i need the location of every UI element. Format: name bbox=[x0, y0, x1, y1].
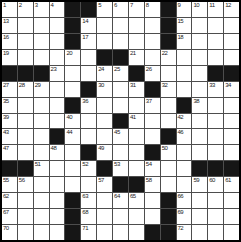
cell-r12c9 bbox=[129, 177, 144, 192]
cell-r9c5[interactable]: 44 bbox=[65, 129, 80, 144]
cell-r7c15[interactable] bbox=[224, 98, 239, 113]
cell-r15c7[interactable] bbox=[97, 225, 112, 240]
cell-r1c10[interactable]: 8 bbox=[145, 2, 160, 17]
cell-r9c13[interactable] bbox=[192, 129, 207, 144]
cell-r5c13[interactable] bbox=[192, 66, 207, 81]
cell-r6c6 bbox=[81, 82, 96, 97]
cell-r11c11[interactable] bbox=[161, 161, 176, 176]
cell-r1c15[interactable]: 12 bbox=[224, 2, 239, 17]
clue-number-49: 49 bbox=[98, 145, 104, 152]
clue-number-48: 48 bbox=[51, 145, 57, 152]
cell-r7c12 bbox=[177, 98, 192, 113]
cell-r13c7[interactable] bbox=[97, 193, 112, 208]
clue-number-32: 32 bbox=[162, 82, 168, 89]
cell-r6c2[interactable]: 28 bbox=[18, 82, 33, 97]
cell-r15c12[interactable]: 72 bbox=[177, 225, 192, 240]
clue-number-12: 12 bbox=[225, 2, 231, 9]
clue-number-65: 65 bbox=[130, 193, 136, 200]
cell-r14c12[interactable]: 69 bbox=[177, 209, 192, 224]
cell-r9c7[interactable] bbox=[97, 129, 112, 144]
clue-number-18: 18 bbox=[178, 34, 184, 41]
clue-number-69: 69 bbox=[178, 209, 184, 216]
clue-number-14: 14 bbox=[82, 18, 88, 25]
cell-r4c7 bbox=[97, 50, 112, 65]
cell-r2c4[interactable] bbox=[50, 18, 65, 33]
cell-r7c3[interactable] bbox=[34, 98, 49, 113]
cell-r11c1 bbox=[2, 161, 17, 176]
cell-r1c12[interactable]: 9 bbox=[177, 2, 192, 17]
cell-r10c2[interactable] bbox=[18, 145, 33, 160]
cell-r15c9[interactable] bbox=[129, 225, 144, 240]
cell-r10c6 bbox=[81, 145, 96, 160]
cell-r14c7[interactable] bbox=[97, 209, 112, 224]
cell-r15c8[interactable] bbox=[113, 225, 128, 240]
cell-r11c7 bbox=[97, 161, 112, 176]
clue-number-40: 40 bbox=[66, 114, 72, 121]
cell-r2c11 bbox=[161, 18, 176, 33]
cell-r14c8[interactable] bbox=[113, 209, 128, 224]
clue-number-10: 10 bbox=[193, 2, 199, 9]
clue-number-23: 23 bbox=[51, 66, 57, 73]
cell-r6c13[interactable] bbox=[192, 82, 207, 97]
clue-number-36: 36 bbox=[82, 98, 88, 105]
clue-number-1: 1 bbox=[3, 2, 6, 9]
clue-number-28: 28 bbox=[19, 82, 25, 89]
cell-r5c8[interactable]: 25 bbox=[113, 66, 128, 81]
clue-number-64: 64 bbox=[114, 193, 120, 200]
cell-r13c8[interactable]: 64 bbox=[113, 193, 128, 208]
cell-r9c15[interactable] bbox=[224, 129, 239, 144]
cell-r7c6[interactable]: 36 bbox=[81, 98, 96, 113]
cell-r2c10[interactable] bbox=[145, 18, 160, 33]
cell-r3c4[interactable] bbox=[50, 34, 65, 49]
cell-r9c2[interactable] bbox=[18, 129, 33, 144]
clue-number-58: 58 bbox=[146, 177, 152, 184]
clue-number-5: 5 bbox=[98, 2, 101, 9]
cell-r12c3[interactable] bbox=[34, 177, 49, 192]
cell-r5c14 bbox=[208, 66, 223, 81]
cell-r9c4 bbox=[50, 129, 65, 144]
cell-r13c11 bbox=[161, 193, 176, 208]
cell-r10c7[interactable]: 49 bbox=[97, 145, 112, 160]
cell-r13c1[interactable]: 62 bbox=[2, 193, 17, 208]
cell-r1c14[interactable]: 11 bbox=[208, 2, 223, 17]
clue-number-33: 33 bbox=[209, 82, 215, 89]
cell-r14c4[interactable] bbox=[50, 209, 65, 224]
cell-r5c7[interactable]: 24 bbox=[97, 66, 112, 81]
clue-number-20: 20 bbox=[66, 50, 72, 57]
cell-r1c1[interactable]: 1 bbox=[2, 2, 17, 17]
cell-r14c6[interactable]: 68 bbox=[81, 209, 96, 224]
cell-r7c7[interactable] bbox=[97, 98, 112, 113]
clue-number-57: 57 bbox=[98, 177, 104, 184]
clue-number-45: 45 bbox=[114, 129, 120, 136]
cell-r8c5[interactable]: 40 bbox=[65, 114, 80, 129]
cell-r4c8 bbox=[113, 50, 128, 65]
cell-r7c9[interactable] bbox=[129, 98, 144, 113]
cell-r13c2[interactable] bbox=[18, 193, 33, 208]
clue-number-19: 19 bbox=[3, 50, 9, 57]
cell-r2c7[interactable] bbox=[97, 18, 112, 33]
clue-number-56: 56 bbox=[19, 177, 25, 184]
cell-r3c3[interactable] bbox=[34, 34, 49, 49]
clue-number-59: 59 bbox=[193, 177, 199, 184]
cell-r13c9[interactable]: 65 bbox=[129, 193, 144, 208]
cell-r13c12[interactable]: 66 bbox=[177, 193, 192, 208]
cell-r14c11 bbox=[161, 209, 176, 224]
clue-number-3: 3 bbox=[35, 2, 38, 9]
clue-number-53: 53 bbox=[114, 161, 120, 168]
clue-number-21: 21 bbox=[130, 50, 136, 57]
clue-number-15: 15 bbox=[178, 18, 184, 25]
cell-r3c13[interactable] bbox=[192, 34, 207, 49]
cell-r15c5 bbox=[65, 225, 80, 240]
cell-r12c1[interactable]: 55 bbox=[2, 177, 17, 192]
cell-r7c8[interactable] bbox=[113, 98, 128, 113]
cell-r8c15[interactable] bbox=[224, 114, 239, 129]
cell-r3c8[interactable] bbox=[113, 34, 128, 49]
clue-number-55: 55 bbox=[3, 177, 9, 184]
cell-r10c14[interactable] bbox=[208, 145, 223, 160]
cell-r8c14[interactable] bbox=[208, 114, 223, 129]
clue-number-50: 50 bbox=[162, 145, 168, 152]
cell-r15c4[interactable] bbox=[50, 225, 65, 240]
clue-number-31: 31 bbox=[130, 82, 136, 89]
clue-number-35: 35 bbox=[3, 98, 9, 105]
clue-number-70: 70 bbox=[3, 225, 9, 232]
cell-r11c15 bbox=[224, 161, 239, 176]
clue-number-66: 66 bbox=[178, 193, 184, 200]
cell-r9c12[interactable]: 46 bbox=[177, 129, 192, 144]
clue-number-67: 67 bbox=[3, 209, 9, 216]
cell-r12c6[interactable] bbox=[81, 177, 96, 192]
cell-r12c5[interactable] bbox=[65, 177, 80, 192]
cell-r7c2[interactable] bbox=[18, 98, 33, 113]
clue-number-34: 34 bbox=[225, 82, 231, 89]
clue-number-8: 8 bbox=[146, 2, 149, 9]
cell-r5c1 bbox=[2, 66, 17, 81]
cell-r11c13 bbox=[192, 161, 207, 176]
cell-r15c15[interactable] bbox=[224, 225, 239, 240]
cell-r2c5 bbox=[65, 18, 80, 33]
clue-number-22: 22 bbox=[162, 50, 168, 57]
cell-r3c9[interactable] bbox=[129, 34, 144, 49]
clue-number-46: 46 bbox=[178, 129, 184, 136]
cell-r8c6[interactable] bbox=[81, 114, 96, 129]
cell-r3c7[interactable] bbox=[97, 34, 112, 49]
cell-r10c11[interactable]: 50 bbox=[161, 145, 176, 160]
cell-r3c2[interactable] bbox=[18, 34, 33, 49]
cell-r12c7[interactable]: 57 bbox=[97, 177, 112, 192]
cell-r9c3[interactable] bbox=[34, 129, 49, 144]
cell-r2c14[interactable] bbox=[208, 18, 223, 33]
clue-number-41: 41 bbox=[130, 114, 136, 121]
cell-r8c12[interactable]: 42 bbox=[177, 114, 192, 129]
cell-r2c2[interactable] bbox=[18, 18, 33, 33]
cell-r11c6[interactable]: 52 bbox=[81, 161, 96, 176]
cell-r5c4[interactable]: 23 bbox=[50, 66, 65, 81]
clue-number-68: 68 bbox=[82, 209, 88, 216]
cell-r4c5[interactable]: 20 bbox=[65, 50, 80, 65]
cell-r4c3[interactable] bbox=[34, 50, 49, 65]
cell-r12c10[interactable]: 58 bbox=[145, 177, 160, 192]
cell-r11c9[interactable] bbox=[129, 161, 144, 176]
cell-r3c5 bbox=[65, 34, 80, 49]
cell-r8c2[interactable] bbox=[18, 114, 33, 129]
cell-r14c13[interactable] bbox=[192, 209, 207, 224]
clue-number-4: 4 bbox=[51, 2, 54, 9]
cell-r15c14[interactable] bbox=[208, 225, 223, 240]
cell-r9c10[interactable] bbox=[145, 129, 160, 144]
cell-r8c8 bbox=[113, 114, 128, 129]
cell-r7c11[interactable] bbox=[161, 98, 176, 113]
cell-r6c15[interactable]: 34 bbox=[224, 82, 239, 97]
cell-r9c9[interactable] bbox=[129, 129, 144, 144]
clue-number-39: 39 bbox=[3, 114, 9, 121]
cell-r10c12[interactable] bbox=[177, 145, 192, 160]
cell-r8c9[interactable]: 41 bbox=[129, 114, 144, 129]
cell-r4c13[interactable] bbox=[192, 50, 207, 65]
cell-r13c4[interactable] bbox=[50, 193, 65, 208]
cell-r12c14[interactable]: 60 bbox=[208, 177, 223, 192]
clue-number-62: 62 bbox=[3, 193, 9, 200]
cell-r8c7[interactable] bbox=[97, 114, 112, 129]
clue-number-6: 6 bbox=[114, 2, 117, 9]
cell-r14c2[interactable] bbox=[18, 209, 33, 224]
cell-r6c4[interactable] bbox=[50, 82, 65, 97]
cell-r10c4[interactable]: 48 bbox=[50, 145, 65, 160]
cell-r15c2[interactable] bbox=[18, 225, 33, 240]
cell-r2c15[interactable] bbox=[224, 18, 239, 33]
cell-r7c5 bbox=[65, 98, 80, 113]
clue-number-47: 47 bbox=[3, 145, 9, 152]
clue-number-72: 72 bbox=[178, 225, 184, 232]
cell-r14c10[interactable] bbox=[145, 209, 160, 224]
cell-r1c9[interactable]: 7 bbox=[129, 2, 144, 17]
cell-r9c6[interactable] bbox=[81, 129, 96, 144]
cell-r2c12[interactable]: 15 bbox=[177, 18, 192, 33]
clue-number-43: 43 bbox=[3, 129, 9, 136]
clue-number-51: 51 bbox=[35, 161, 41, 168]
cell-r2c13[interactable] bbox=[192, 18, 207, 33]
cell-r15c1[interactable]: 70 bbox=[2, 225, 17, 240]
cell-r4c2[interactable] bbox=[18, 50, 33, 65]
cell-r13c15[interactable] bbox=[224, 193, 239, 208]
clue-number-54: 54 bbox=[146, 161, 152, 168]
cell-r5c10[interactable]: 26 bbox=[145, 66, 160, 81]
cell-r12c11[interactable] bbox=[161, 177, 176, 192]
clue-number-29: 29 bbox=[35, 82, 41, 89]
cell-r1c2[interactable]: 2 bbox=[18, 2, 33, 17]
crossword-puzzle: 1234567891011121314151617181920212223242… bbox=[0, 0, 241, 242]
cell-r6c14[interactable]: 33 bbox=[208, 82, 223, 97]
cell-r9c8[interactable]: 45 bbox=[113, 129, 128, 144]
cell-r8c4[interactable] bbox=[50, 114, 65, 129]
cell-r12c12[interactable] bbox=[177, 177, 192, 192]
cell-r15c6[interactable]: 71 bbox=[81, 225, 96, 240]
cell-r1c3[interactable]: 3 bbox=[34, 2, 49, 17]
clue-number-37: 37 bbox=[146, 98, 152, 105]
cell-r6c1[interactable]: 27 bbox=[2, 82, 17, 97]
cell-r15c3[interactable] bbox=[34, 225, 49, 240]
cell-r10c1[interactable]: 47 bbox=[2, 145, 17, 160]
cell-r12c4[interactable] bbox=[50, 177, 65, 192]
cell-r5c9 bbox=[129, 66, 144, 81]
cell-r9c1[interactable]: 43 bbox=[2, 129, 17, 144]
cell-r5c11[interactable] bbox=[161, 66, 176, 81]
cell-r5c15 bbox=[224, 66, 239, 81]
cell-r10c10 bbox=[145, 145, 160, 160]
clue-number-42: 42 bbox=[178, 114, 184, 121]
cell-r14c14[interactable] bbox=[208, 209, 223, 224]
cell-r11c3[interactable]: 51 bbox=[34, 161, 49, 176]
clue-number-11: 11 bbox=[209, 2, 214, 9]
cell-r3c10[interactable] bbox=[145, 34, 160, 49]
cell-r5c12[interactable] bbox=[177, 66, 192, 81]
cell-r11c12[interactable] bbox=[177, 161, 192, 176]
cell-r4c6[interactable] bbox=[81, 50, 96, 65]
cell-r3c15[interactable] bbox=[224, 34, 239, 49]
cell-r4c10[interactable] bbox=[145, 50, 160, 65]
cell-r4c1[interactable]: 19 bbox=[2, 50, 17, 65]
cell-r9c11 bbox=[161, 129, 176, 144]
cell-r1c7[interactable]: 5 bbox=[97, 2, 112, 17]
cell-r8c10[interactable] bbox=[145, 114, 160, 129]
cell-r3c1[interactable]: 16 bbox=[2, 34, 17, 49]
cell-r6c10 bbox=[145, 82, 160, 97]
cell-r12c13[interactable]: 59 bbox=[192, 177, 207, 192]
cell-r1c6 bbox=[81, 2, 96, 17]
cell-r10c5[interactable] bbox=[65, 145, 80, 160]
cell-r10c3[interactable] bbox=[34, 145, 49, 160]
cell-r11c8[interactable]: 53 bbox=[113, 161, 128, 176]
cell-r13c3[interactable] bbox=[34, 193, 49, 208]
cell-r4c12[interactable] bbox=[177, 50, 192, 65]
cell-r6c7[interactable]: 30 bbox=[97, 82, 112, 97]
cell-r11c5[interactable] bbox=[65, 161, 80, 176]
clue-number-13: 13 bbox=[3, 18, 9, 25]
cell-r2c1[interactable]: 13 bbox=[2, 18, 17, 33]
cell-r13c10[interactable] bbox=[145, 193, 160, 208]
cell-r7c13[interactable]: 38 bbox=[192, 98, 207, 113]
clue-number-63: 63 bbox=[82, 193, 88, 200]
cell-r7c4[interactable] bbox=[50, 98, 65, 113]
cell-r11c2 bbox=[18, 161, 33, 176]
clue-number-26: 26 bbox=[146, 66, 152, 73]
cell-r8c3[interactable] bbox=[34, 114, 49, 129]
cell-r4c9[interactable]: 21 bbox=[129, 50, 144, 65]
cell-r11c4[interactable] bbox=[50, 161, 65, 176]
cell-r1c13[interactable]: 10 bbox=[192, 2, 207, 17]
cell-r10c8[interactable] bbox=[113, 145, 128, 160]
cell-r1c11 bbox=[161, 2, 176, 17]
cell-r7c1[interactable]: 35 bbox=[2, 98, 17, 113]
cell-r7c14[interactable] bbox=[208, 98, 223, 113]
clue-number-38: 38 bbox=[193, 98, 199, 105]
clue-number-27: 27 bbox=[3, 82, 9, 89]
cell-r14c3[interactable] bbox=[34, 209, 49, 224]
cell-r6c9[interactable]: 31 bbox=[129, 82, 144, 97]
cell-r5c2 bbox=[18, 66, 33, 81]
cell-r5c5[interactable] bbox=[65, 66, 80, 81]
cell-r14c1[interactable]: 67 bbox=[2, 209, 17, 224]
cell-r6c12[interactable] bbox=[177, 82, 192, 97]
crossword-board: 1234567891011121314151617181920212223242… bbox=[2, 2, 239, 240]
cell-r3c12[interactable]: 18 bbox=[177, 34, 192, 49]
clue-number-60: 60 bbox=[209, 177, 215, 184]
clue-number-61: 61 bbox=[225, 177, 231, 184]
cell-r15c13[interactable] bbox=[192, 225, 207, 240]
cell-r3c6[interactable]: 17 bbox=[81, 34, 96, 49]
cell-r14c5 bbox=[65, 209, 80, 224]
clue-number-71: 71 bbox=[82, 225, 88, 232]
clue-number-16: 16 bbox=[3, 34, 9, 41]
cell-r10c9[interactable] bbox=[129, 145, 144, 160]
cell-r15c10 bbox=[145, 225, 160, 240]
clue-number-24: 24 bbox=[98, 66, 104, 73]
cell-r7c10[interactable]: 37 bbox=[145, 98, 160, 113]
cell-r1c5 bbox=[65, 2, 80, 17]
clue-number-25: 25 bbox=[114, 66, 120, 73]
clue-number-52: 52 bbox=[82, 161, 88, 168]
cell-r11c14 bbox=[208, 161, 223, 176]
cell-r13c5 bbox=[65, 193, 80, 208]
clue-number-2: 2 bbox=[19, 2, 22, 9]
cell-r5c6[interactable] bbox=[81, 66, 96, 81]
cell-r4c15[interactable] bbox=[224, 50, 239, 65]
cell-r12c2[interactable]: 56 bbox=[18, 177, 33, 192]
clue-number-30: 30 bbox=[98, 82, 104, 89]
cell-r5c3 bbox=[34, 66, 49, 81]
cell-r8c1[interactable]: 39 bbox=[2, 114, 17, 129]
cell-r9c14[interactable] bbox=[208, 129, 223, 144]
cell-r3c11 bbox=[161, 34, 176, 49]
cell-r13c6[interactable]: 63 bbox=[81, 193, 96, 208]
cell-r4c14[interactable] bbox=[208, 50, 223, 65]
clue-number-17: 17 bbox=[82, 34, 88, 41]
cell-r14c15[interactable] bbox=[224, 209, 239, 224]
cell-r14c9[interactable] bbox=[129, 209, 144, 224]
cell-r2c3[interactable] bbox=[34, 18, 49, 33]
cell-r6c5[interactable] bbox=[65, 82, 80, 97]
cell-r12c15[interactable]: 61 bbox=[224, 177, 239, 192]
cell-r6c8[interactable] bbox=[113, 82, 128, 97]
clue-number-9: 9 bbox=[178, 2, 181, 9]
cell-r8c13[interactable] bbox=[192, 114, 207, 129]
cell-r6c11[interactable]: 32 bbox=[161, 82, 176, 97]
cell-r2c6[interactable]: 14 bbox=[81, 18, 96, 33]
cell-r4c4[interactable] bbox=[50, 50, 65, 65]
cell-r2c8[interactable] bbox=[113, 18, 128, 33]
cell-r10c15[interactable] bbox=[224, 145, 239, 160]
cell-r13c13[interactable] bbox=[192, 193, 207, 208]
cell-r6c3[interactable]: 29 bbox=[34, 82, 49, 97]
cell-r11c10[interactable]: 54 bbox=[145, 161, 160, 176]
clue-number-44: 44 bbox=[66, 129, 72, 136]
cell-r8c11[interactable] bbox=[161, 114, 176, 129]
cell-r2c9[interactable] bbox=[129, 18, 144, 33]
cell-r15c11 bbox=[161, 225, 176, 240]
cell-r4c11[interactable]: 22 bbox=[161, 50, 176, 65]
cell-r1c4[interactable]: 4 bbox=[50, 2, 65, 17]
cell-r12c8 bbox=[113, 177, 128, 192]
cell-r3c14[interactable] bbox=[208, 34, 223, 49]
cell-r10c13[interactable] bbox=[192, 145, 207, 160]
clue-number-7: 7 bbox=[130, 2, 133, 9]
cell-r1c8[interactable]: 6 bbox=[113, 2, 128, 17]
cell-r13c14[interactable] bbox=[208, 193, 223, 208]
